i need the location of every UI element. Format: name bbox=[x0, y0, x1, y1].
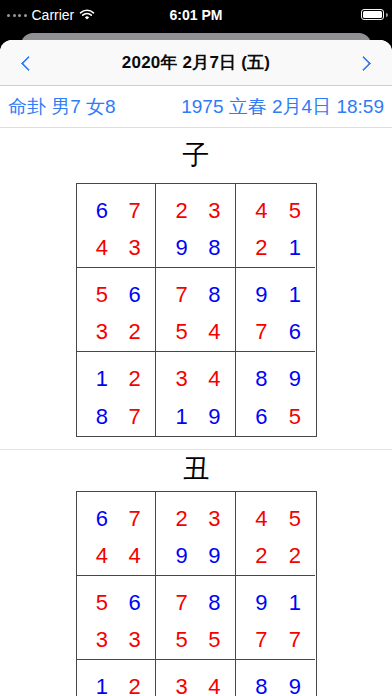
palace-cell: 89 bbox=[236, 660, 316, 696]
star-number: 3 bbox=[165, 668, 198, 696]
star-number: 3 bbox=[118, 622, 151, 660]
chevron-right-icon bbox=[356, 55, 372, 71]
star-number: 2 bbox=[118, 668, 151, 696]
star-number: 9 bbox=[278, 668, 311, 696]
palace-cell: 4521 bbox=[236, 184, 316, 268]
star-number: 3 bbox=[165, 360, 198, 398]
star-number: 8 bbox=[245, 360, 278, 398]
star-number: 2 bbox=[165, 500, 198, 538]
chevron-left-icon bbox=[21, 55, 37, 71]
star-number: 2 bbox=[118, 314, 151, 352]
star-number: 3 bbox=[118, 230, 151, 268]
status-bar: Carrier 6:01 PM bbox=[0, 0, 392, 30]
star-number: 7 bbox=[118, 398, 151, 436]
palace-grid-zi: 674323984521563278549176128734198965 bbox=[76, 183, 317, 437]
star-number: 9 bbox=[245, 276, 278, 314]
star-number: 4 bbox=[198, 668, 231, 696]
star-number: 4 bbox=[118, 538, 151, 576]
star-number: 8 bbox=[245, 668, 278, 696]
star-number: 3 bbox=[86, 622, 119, 660]
palace-cell: 12 bbox=[77, 660, 157, 696]
star-number: 9 bbox=[245, 584, 278, 622]
palace-cell: 5632 bbox=[77, 268, 157, 352]
star-number: 6 bbox=[86, 500, 119, 538]
battery-icon bbox=[361, 9, 384, 20]
info-row: 命卦 男7 女8 1975 立春 2月4日 18:59 bbox=[0, 86, 392, 128]
star-number: 7 bbox=[165, 276, 198, 314]
star-number: 1 bbox=[165, 398, 198, 436]
star-number: 7 bbox=[278, 622, 311, 660]
star-number: 6 bbox=[278, 314, 311, 352]
star-number: 7 bbox=[118, 192, 151, 230]
ming-gua-label: 命卦 男7 女8 bbox=[8, 94, 116, 120]
star-number: 4 bbox=[86, 230, 119, 268]
palace-cell: 4522 bbox=[236, 492, 316, 576]
star-number: 4 bbox=[86, 538, 119, 576]
star-number: 2 bbox=[165, 192, 198, 230]
star-number: 1 bbox=[86, 360, 119, 398]
star-number: 5 bbox=[86, 276, 119, 314]
star-number: 8 bbox=[198, 230, 231, 268]
star-number: 9 bbox=[165, 230, 198, 268]
status-time: 6:01 PM bbox=[0, 0, 392, 30]
star-number: 1 bbox=[86, 668, 119, 696]
star-number: 1 bbox=[278, 230, 311, 268]
star-number: 4 bbox=[245, 500, 278, 538]
star-number: 5 bbox=[86, 584, 119, 622]
star-number: 8 bbox=[198, 276, 231, 314]
palace-cell: 6743 bbox=[77, 184, 157, 268]
date-nav-bar: 2020年 2月7日 (五) bbox=[0, 40, 392, 86]
star-number: 9 bbox=[198, 538, 231, 576]
palace-cell: 9177 bbox=[236, 576, 316, 660]
hour-title-zi: 子 bbox=[0, 128, 392, 183]
star-number: 2 bbox=[245, 230, 278, 268]
palace-cell: 1287 bbox=[77, 352, 157, 436]
star-number: 5 bbox=[278, 398, 311, 436]
star-number: 5 bbox=[165, 314, 198, 352]
hour-title-chou: 丑 bbox=[0, 450, 392, 491]
star-number: 3 bbox=[198, 192, 231, 230]
palace-grid-chou: 674423994522563378559177123489 bbox=[76, 491, 317, 696]
date-title: 2020年 2月7日 (五) bbox=[122, 51, 270, 74]
palace-cell: 3419 bbox=[156, 352, 236, 436]
palace-cell: 8965 bbox=[236, 352, 316, 436]
star-number: 9 bbox=[278, 360, 311, 398]
palace-cell: 34 bbox=[156, 660, 236, 696]
star-number: 9 bbox=[165, 538, 198, 576]
star-number: 8 bbox=[198, 584, 231, 622]
star-number: 3 bbox=[86, 314, 119, 352]
star-number: 7 bbox=[165, 584, 198, 622]
star-number: 5 bbox=[165, 622, 198, 660]
app-screen: Carrier 6:01 PM 2020年 2月7日 (五) bbox=[0, 0, 392, 696]
palace-cell: 9176 bbox=[236, 268, 316, 352]
star-number: 9 bbox=[198, 398, 231, 436]
star-number: 2 bbox=[278, 538, 311, 576]
star-number: 7 bbox=[245, 622, 278, 660]
modal-sheet: 2020年 2月7日 (五) 命卦 男7 女8 1975 立春 2月4日 18:… bbox=[0, 40, 392, 696]
star-number: 4 bbox=[198, 360, 231, 398]
star-number: 5 bbox=[198, 622, 231, 660]
star-number: 1 bbox=[278, 584, 311, 622]
star-number: 5 bbox=[278, 192, 311, 230]
star-number: 8 bbox=[86, 398, 119, 436]
palace-cell: 6744 bbox=[77, 492, 157, 576]
star-number: 2 bbox=[245, 538, 278, 576]
palace-cell: 2399 bbox=[156, 492, 236, 576]
next-day-button[interactable] bbox=[344, 40, 388, 86]
prev-day-button[interactable] bbox=[4, 40, 48, 86]
palace-cell: 5633 bbox=[77, 576, 157, 660]
solar-term-label: 1975 立春 2月4日 18:59 bbox=[181, 94, 384, 120]
star-number: 7 bbox=[118, 500, 151, 538]
star-number: 5 bbox=[278, 500, 311, 538]
star-number: 2 bbox=[118, 360, 151, 398]
palace-cell: 7855 bbox=[156, 576, 236, 660]
star-number: 6 bbox=[118, 584, 151, 622]
star-number: 3 bbox=[198, 500, 231, 538]
star-number: 7 bbox=[245, 314, 278, 352]
star-number: 1 bbox=[278, 276, 311, 314]
star-number: 4 bbox=[198, 314, 231, 352]
star-number: 6 bbox=[118, 276, 151, 314]
palace-cell: 2398 bbox=[156, 184, 236, 268]
palace-cell: 7854 bbox=[156, 268, 236, 352]
star-number: 6 bbox=[245, 398, 278, 436]
star-number: 6 bbox=[86, 192, 119, 230]
star-number: 4 bbox=[245, 192, 278, 230]
